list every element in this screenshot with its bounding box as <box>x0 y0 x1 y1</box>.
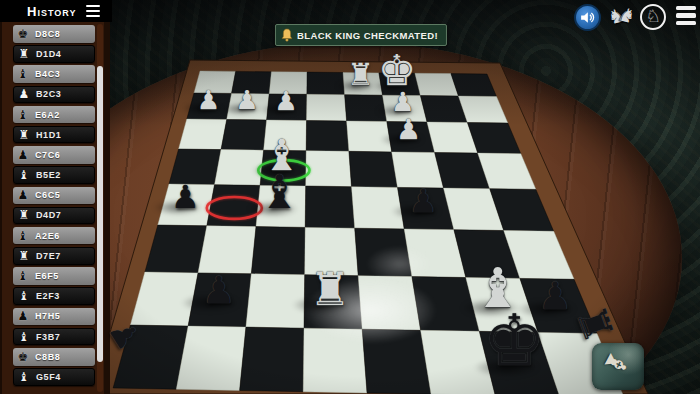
white-bishop-icon: ♝ <box>16 290 32 302</box>
history-move-entry[interactable]: ♚C8B8 <box>13 348 95 366</box>
history-move-entry[interactable]: ♜D7E7 <box>13 247 95 265</box>
piece-black-pawn-c5[interactable]: ♟ <box>409 185 438 217</box>
history-move-entry[interactable]: ♟C6C5 <box>13 187 95 205</box>
history-move-entry[interactable]: ♜D4D7 <box>13 207 95 225</box>
white-rook-icon: ♜ <box>16 129 32 141</box>
white-bishop-icon: ♝ <box>16 169 32 181</box>
black-bishop-icon: ♝ <box>15 270 31 282</box>
move-text: H7H5 <box>35 311 60 321</box>
bell-icon <box>281 28 293 42</box>
piece-black-king-b8[interactable]: ♚ <box>483 306 546 376</box>
piece-black-bishop-f5[interactable]: ♝ <box>259 169 301 215</box>
history-move-entry[interactable]: ♝F3B7 <box>13 328 95 346</box>
captured-white-piece-image: ♝ <box>597 345 634 380</box>
piece-white-rook-e7[interactable]: ♜ <box>309 266 350 312</box>
move-text: D7E7 <box>36 251 61 261</box>
history-move-entry[interactable]: ♝E2F3 <box>13 287 95 305</box>
piece-black-pawn-g7[interactable]: ♟ <box>202 272 236 310</box>
hamburger-icon <box>676 6 696 10</box>
black-king-icon: ♚ <box>15 351 31 363</box>
move-text: C7C6 <box>35 150 60 160</box>
move-text: D8C8 <box>35 29 60 39</box>
move-text: E6A2 <box>35 110 60 120</box>
history-move-entry[interactable]: ♟C7C6 <box>13 146 95 164</box>
history-move-entry[interactable]: ♝A2E6 <box>13 227 95 245</box>
history-move-entry[interactable]: ♝B5E2 <box>13 166 95 184</box>
history-move-entry[interactable]: ♟B2C3 <box>13 86 95 104</box>
knight-logo-button[interactable]: ♘ <box>640 4 666 30</box>
white-rook-icon: ♜ <box>16 48 32 60</box>
history-move-entry[interactable]: ♝B4C3 <box>13 65 95 83</box>
speaker-icon <box>579 9 596 26</box>
piece-black-pawn-h5[interactable]: ♟ <box>171 181 200 213</box>
history-sidebar: History ♚D8C8♜D1D4♝B4C3♟B2C3♝E6A2♜H1D1♟C… <box>0 0 110 394</box>
move-text: C8B8 <box>35 352 60 362</box>
piece-white-pawn-c3[interactable]: ♟ <box>396 116 421 144</box>
move-text: B2C3 <box>36 89 61 99</box>
black-pawn-icon: ♟ <box>15 149 31 161</box>
history-move-entry[interactable]: ♝G5F4 <box>13 368 95 386</box>
checkmate-banner-text: Black King Checkmated! <box>297 30 438 41</box>
history-menu-icon[interactable] <box>86 5 100 18</box>
history-move-entry[interactable]: ♝E6F5 <box>13 267 95 285</box>
chess-pieces-icon: ♞ <box>616 4 637 27</box>
knight-circle-icon: ♘ <box>645 8 660 25</box>
piece-white-king-c1[interactable]: ♚ <box>378 50 416 92</box>
move-text: G5F4 <box>36 372 61 382</box>
black-king-icon: ♚ <box>15 28 31 40</box>
move-text: H1D1 <box>36 130 61 140</box>
piece-white-pawn-h2[interactable]: ♟ <box>197 87 220 113</box>
white-bishop-icon: ♝ <box>16 331 32 343</box>
move-text: D4D7 <box>36 210 61 220</box>
history-move-entry[interactable]: ♜D1D4 <box>13 45 95 63</box>
piece-white-rook-d1[interactable]: ♜ <box>347 60 374 90</box>
piece-white-pawn-c2[interactable]: ♟ <box>391 89 415 115</box>
move-text: B5E2 <box>36 170 61 180</box>
piece-white-pawn-g2[interactable]: ♟ <box>235 87 259 113</box>
history-header: History <box>0 0 112 22</box>
history-move-entry[interactable]: ♚D8C8 <box>13 25 95 43</box>
move-text: E6F5 <box>35 271 59 281</box>
history-move-entry[interactable]: ♜H1D1 <box>13 126 95 144</box>
move-text: E2F3 <box>36 291 60 301</box>
white-rook-icon: ♜ <box>16 209 32 221</box>
black-bishop-icon: ♝ <box>15 230 31 242</box>
history-scrollbar-thumb[interactable] <box>97 66 103 362</box>
black-bishop-icon: ♝ <box>15 68 31 80</box>
history-move-list[interactable]: ♚D8C8♜D1D4♝B4C3♟B2C3♝E6A2♜H1D1♟C7C6♝B5E2… <box>13 25 95 388</box>
white-pawn-icon: ♟ <box>16 88 32 100</box>
piece-white-pawn-f2[interactable]: ♟ <box>274 88 298 114</box>
move-text: C6C5 <box>35 190 60 200</box>
move-text: A2E6 <box>35 231 60 241</box>
black-bishop-icon: ♝ <box>15 109 31 121</box>
game-window: ♜♚♟♟♟♟♟♝♟♝♟♟♜♝♟♜♟♚ History ♚D8C8♜D1D4♝B4… <box>0 0 700 394</box>
captured-black-rook[interactable]: ♜ <box>570 300 620 347</box>
move-text: B4C3 <box>35 69 60 79</box>
move-text: F3B7 <box>36 332 60 342</box>
checkmate-banner: Black King Checkmated! <box>275 24 447 46</box>
sound-button[interactable] <box>574 4 601 31</box>
black-pawn-icon: ♟ <box>15 310 31 322</box>
captured-piece-thumbnail[interactable]: ♝ <box>592 343 644 390</box>
history-move-entry[interactable]: ♝E6A2 <box>13 106 95 124</box>
black-pawn-icon: ♟ <box>15 189 31 201</box>
pieces-style-button[interactable]: ♞ ♞ <box>608 4 636 32</box>
history-move-entry[interactable]: ♟H7H5 <box>13 308 95 326</box>
menu-button[interactable] <box>676 6 696 25</box>
white-bishop-icon: ♝ <box>16 371 32 383</box>
white-rook-icon: ♜ <box>16 250 32 262</box>
history-title: History <box>27 4 76 19</box>
move-text: D1D4 <box>36 49 61 59</box>
